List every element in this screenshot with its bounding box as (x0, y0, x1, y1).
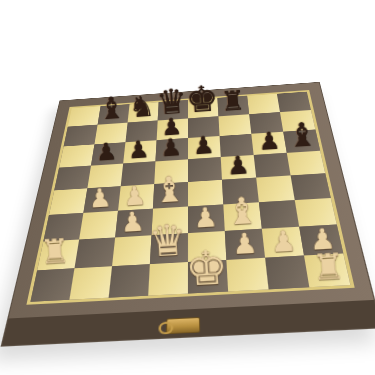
square-c8[interactable]: ♞ (127, 102, 158, 122)
piece-black-bishop-h6[interactable]: ♝ (286, 117, 318, 152)
square-f2[interactable]: ♟ (224, 229, 264, 260)
square-b6[interactable]: ♟ (91, 142, 125, 165)
square-h6[interactable]: ♝ (283, 130, 320, 153)
piece-white-queen-d2[interactable]: ♛ (147, 218, 188, 263)
square-a2[interactable]: ♜ (37, 239, 79, 270)
square-c2[interactable] (112, 235, 151, 266)
piece-white-pawn-e3[interactable]: ♟ (192, 203, 218, 231)
square-a7[interactable] (63, 125, 97, 147)
wooden-board-frame: ♝♞♛♚♜♟♟♟♟♟♟♝♟♟♟♝♟♟♝♜♛♟♟♟♚♜ (2, 82, 375, 345)
square-a5[interactable] (54, 166, 91, 191)
piece-black-pawn-d6[interactable]: ♟ (159, 135, 182, 160)
piece-white-pawn-f2[interactable]: ♟ (231, 229, 258, 259)
square-f7[interactable] (218, 114, 251, 136)
piece-white-pawn-c3[interactable]: ♟ (119, 208, 145, 236)
square-g2[interactable]: ♟ (261, 227, 303, 258)
piece-black-bishop-b8[interactable]: ♝ (97, 92, 126, 124)
piece-black-pawn-g6[interactable]: ♟ (257, 128, 280, 154)
square-d2[interactable]: ♛ (149, 233, 187, 264)
piece-white-rook-a2[interactable]: ♜ (39, 234, 71, 269)
square-b2[interactable] (74, 237, 115, 268)
square-f8[interactable]: ♜ (217, 96, 249, 116)
square-h1[interactable]: ♜ (304, 253, 350, 287)
piece-white-bishop-f3[interactable]: ♝ (224, 191, 260, 230)
chess-board: ♝♞♛♚♜♟♟♟♟♟♟♝♟♟♟♝♟♟♝♜♛♟♟♟♚♜ (26, 90, 354, 305)
square-b1[interactable] (69, 266, 112, 299)
square-g6[interactable]: ♟ (251, 132, 286, 155)
board-tilt-wrapper: ♝♞♛♚♜♟♟♟♟♟♟♝♟♟♟♝♟♟♝♜♛♟♟♟♚♜ (8, 82, 373, 318)
chess-set-photo: ♝♞♛♚♜♟♟♟♟♟♟♝♟♟♟♝♟♟♝♜♛♟♟♟♚♜ (0, 0, 375, 375)
square-e5[interactable] (188, 157, 222, 182)
square-b8[interactable]: ♝ (97, 104, 129, 124)
square-d4[interactable]: ♝ (152, 182, 187, 209)
piece-black-pawn-c6[interactable]: ♟ (127, 137, 150, 162)
piece-black-rook-f8[interactable]: ♜ (219, 87, 245, 116)
piece-white-bishop-d4[interactable]: ♝ (152, 171, 186, 208)
square-b3[interactable] (79, 211, 118, 240)
square-e3[interactable]: ♟ (188, 204, 225, 233)
square-b4[interactable]: ♟ (83, 186, 120, 213)
square-e1[interactable]: ♚ (188, 260, 228, 294)
piece-black-knight-c8[interactable]: ♞ (128, 92, 155, 122)
square-d1[interactable] (148, 262, 188, 296)
piece-black-pawn-e6[interactable]: ♟ (192, 133, 215, 158)
piece-white-rook-h1[interactable]: ♜ (311, 248, 346, 286)
square-h5[interactable] (286, 151, 324, 176)
square-h8[interactable] (276, 92, 310, 112)
square-e8[interactable]: ♚ (188, 98, 218, 118)
piece-black-pawn-f5[interactable]: ♟ (226, 152, 250, 178)
piece-black-pawn-b6[interactable]: ♟ (95, 139, 118, 164)
square-g1[interactable] (265, 256, 309, 290)
piece-white-pawn-g2[interactable]: ♟ (269, 227, 296, 257)
square-g4[interactable] (256, 176, 295, 203)
square-c1[interactable] (108, 264, 149, 298)
square-f1[interactable] (226, 258, 268, 292)
square-a1[interactable] (30, 268, 74, 301)
square-a8[interactable] (67, 106, 100, 126)
brass-clasp-icon (165, 317, 200, 335)
square-g8[interactable] (247, 94, 280, 114)
square-a6[interactable] (59, 144, 94, 167)
piece-black-king-e8[interactable]: ♚ (184, 80, 218, 118)
square-f5[interactable]: ♟ (220, 155, 255, 180)
piece-white-pawn-b4[interactable]: ♟ (87, 185, 111, 212)
square-g5[interactable] (253, 153, 290, 178)
square-h4[interactable] (290, 173, 330, 200)
square-e6[interactable]: ♟ (188, 136, 221, 159)
piece-white-king-e1[interactable]: ♚ (183, 243, 228, 292)
square-d6[interactable]: ♟ (155, 138, 188, 161)
square-a4[interactable] (48, 188, 86, 215)
square-c6[interactable]: ♟ (123, 140, 156, 163)
